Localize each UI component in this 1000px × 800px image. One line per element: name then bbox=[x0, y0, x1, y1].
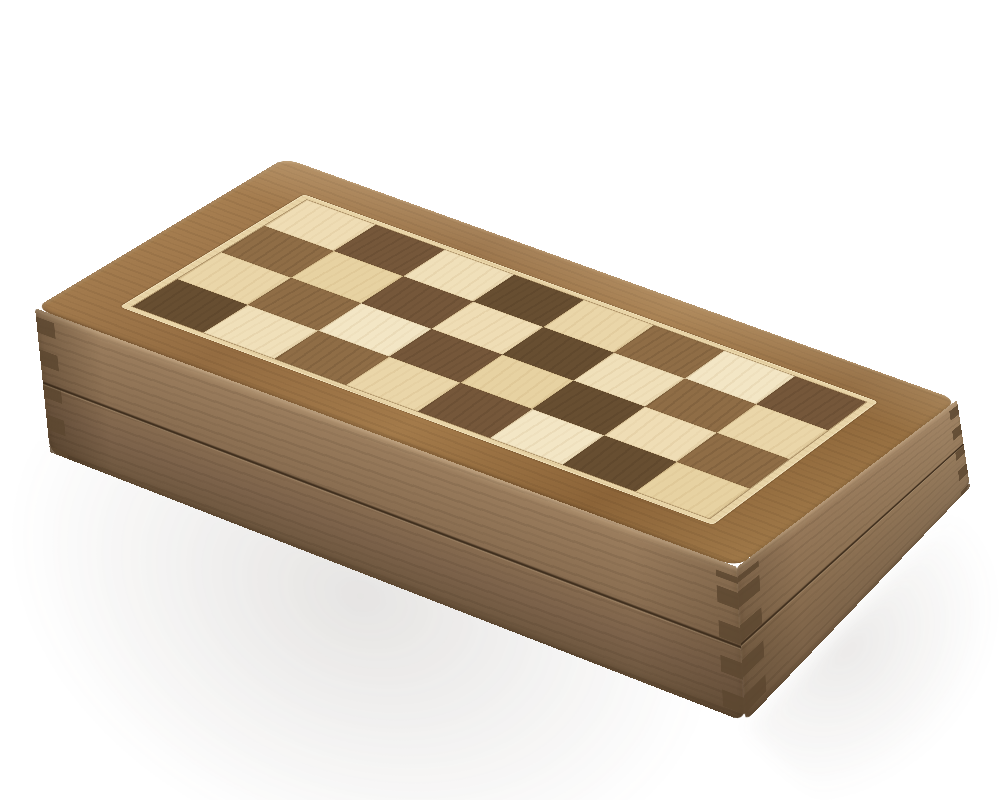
image-caption: Closed folding wooden travel chess box o… bbox=[0, 0, 1, 1]
chess-box-scene: Closed folding wooden travel chess box o… bbox=[0, 0, 1000, 800]
